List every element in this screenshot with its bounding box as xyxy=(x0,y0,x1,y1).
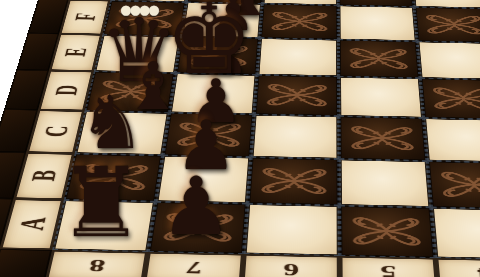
square-a6[interactable] xyxy=(244,204,340,256)
board-frame xyxy=(0,249,52,277)
square-e4[interactable] xyxy=(417,41,480,80)
a7-pawn[interactable]: ♟ xyxy=(160,167,232,247)
file-label-text: A xyxy=(11,217,54,231)
rank-label-5: 5 xyxy=(340,256,438,277)
square-c6[interactable] xyxy=(251,114,339,159)
chess-set-photo: 87654321HHGGFFEEDDCCBBAA87654321 ♜♞♝♛●●●… xyxy=(0,0,480,277)
file-label-text: E xyxy=(58,47,94,57)
square-e6[interactable] xyxy=(257,38,339,76)
file-label-text: F xyxy=(68,13,102,21)
square-d4[interactable] xyxy=(420,78,480,120)
rank-label-text: 4 xyxy=(476,264,480,277)
square-f4[interactable] xyxy=(414,7,480,43)
file-label-text: C xyxy=(36,125,75,137)
square-e5[interactable] xyxy=(338,40,420,79)
rank-label-4: 4 xyxy=(435,258,480,277)
rank-label-text: 6 xyxy=(283,260,299,277)
rank-label-6: 6 xyxy=(242,254,340,277)
a8-rook[interactable]: ♜ xyxy=(58,155,144,251)
square-c4[interactable] xyxy=(424,118,480,163)
square-a5[interactable] xyxy=(339,206,435,259)
square-d6[interactable] xyxy=(254,75,339,116)
rank-label-text: 5 xyxy=(380,262,396,277)
queen-crown-balls: ●●●● xyxy=(120,3,157,16)
square-c5[interactable] xyxy=(339,116,427,161)
square-d5[interactable] xyxy=(339,76,424,117)
square-f5[interactable] xyxy=(338,5,417,41)
rank-label-7: 7 xyxy=(143,252,243,277)
square-b6[interactable] xyxy=(247,157,339,205)
rank-label-text: 7 xyxy=(185,258,203,277)
square-b5[interactable] xyxy=(339,159,431,207)
square-b4[interactable] xyxy=(427,161,480,209)
square-a4[interactable] xyxy=(431,207,480,260)
